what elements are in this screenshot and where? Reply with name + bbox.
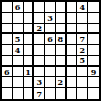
- sudoku-cell-r7c4[interactable]: [34, 67, 45, 78]
- sudoku-cell-r3c7[interactable]: [67, 24, 78, 35]
- sudoku-cell-r5c2: 4: [13, 45, 24, 56]
- sudoku-cell-r8c6: 2: [56, 77, 67, 88]
- sudoku-cell-r7c7[interactable]: [67, 67, 78, 78]
- sudoku-cell-r4c5: 6: [45, 34, 56, 45]
- sudoku-cell-r1c3[interactable]: [24, 2, 35, 13]
- sudoku-cell-r2c3[interactable]: [24, 13, 35, 24]
- sudoku-cell-r4c3[interactable]: [24, 34, 35, 45]
- sudoku-cell-r2c6[interactable]: [56, 13, 67, 24]
- sudoku-cell-r1c1[interactable]: [2, 2, 13, 13]
- sudoku-cell-r5c3[interactable]: [24, 45, 35, 56]
- sudoku-cell-r1c9[interactable]: [88, 2, 99, 13]
- sudoku-cell-r8c7[interactable]: [67, 77, 78, 88]
- sudoku-cell-r2c9[interactable]: [88, 13, 99, 24]
- sudoku-cell-r1c7[interactable]: [67, 2, 78, 13]
- sudoku-cell-r5c7[interactable]: [67, 45, 78, 56]
- sudoku-cell-r4c6: 8: [56, 34, 67, 45]
- sudoku-cell-r5c4[interactable]: [34, 45, 45, 56]
- sudoku-cell-r7c3: 1: [24, 67, 35, 78]
- sudoku-cell-r5c8: 2: [77, 45, 88, 56]
- sudoku-cell-r5c1[interactable]: [2, 45, 13, 56]
- sudoku-cell-r8c5[interactable]: [45, 77, 56, 88]
- sudoku-cell-r1c2: 6: [13, 2, 24, 13]
- sudoku-cell-r2c2[interactable]: [13, 13, 24, 24]
- sudoku-cell-r4c9[interactable]: [88, 34, 99, 45]
- sudoku-cell-r1c5[interactable]: [45, 2, 56, 13]
- sudoku-cell-r5c6[interactable]: [56, 45, 67, 56]
- sudoku-cell-r7c6[interactable]: [56, 67, 67, 78]
- sudoku-cell-r1c8: 4: [77, 2, 88, 13]
- sudoku-cell-r9c1[interactable]: [2, 88, 13, 99]
- sudoku-cell-r3c2[interactable]: [13, 24, 24, 35]
- sudoku-cell-r6c6[interactable]: [56, 56, 67, 67]
- sudoku-cell-r2c4[interactable]: [34, 13, 45, 24]
- sudoku-cell-r9c7: [67, 88, 78, 99]
- sudoku-cell-r7c2[interactable]: [13, 67, 24, 78]
- sudoku-cell-r6c9[interactable]: [88, 56, 99, 67]
- sudoku-cell-r4c8: 7: [77, 34, 88, 45]
- sudoku-cell-r7c9: 9: [88, 67, 99, 78]
- sudoku-cell-r5c9[interactable]: [88, 45, 99, 56]
- sudoku-cell-r7c1: 6: [2, 67, 13, 78]
- sudoku-cell-r6c8: 5: [77, 56, 88, 67]
- sudoku-cell-r4c2: 5: [13, 34, 24, 45]
- sudoku-cell-r9c2[interactable]: [13, 88, 24, 99]
- sudoku-cell-r3c4: 2: [34, 24, 45, 35]
- sudoku-puzzle: 64325687425619327: [0, 0, 101, 101]
- sudoku-cell-r8c4: 3: [34, 77, 45, 88]
- sudoku-cell-r7c5[interactable]: [45, 67, 56, 78]
- sudoku-cell-r8c1[interactable]: [2, 77, 13, 88]
- sudoku-cell-r3c6[interactable]: [56, 24, 67, 35]
- sudoku-cell-r3c8[interactable]: [77, 24, 88, 35]
- sudoku-cell-r9c5[interactable]: [45, 88, 56, 99]
- sudoku-cell-r6c4[interactable]: [34, 56, 45, 67]
- sudoku-cell-r3c1[interactable]: [2, 24, 13, 35]
- sudoku-cell-r9c6[interactable]: [56, 88, 67, 99]
- sudoku-cell-r1c6[interactable]: [56, 2, 67, 13]
- sudoku-cell-r7c8[interactable]: [77, 67, 88, 78]
- sudoku-cell-r6c7[interactable]: [67, 56, 78, 67]
- sudoku-cell-r5c5[interactable]: [45, 45, 56, 56]
- sudoku-cell-r4c7[interactable]: [67, 34, 78, 45]
- sudoku-cell-r2c1[interactable]: [2, 13, 13, 24]
- sudoku-cell-r4c1[interactable]: [2, 34, 13, 45]
- sudoku-cell-r8c8[interactable]: [77, 77, 88, 88]
- sudoku-cell-r6c5[interactable]: [45, 56, 56, 67]
- sudoku-cell-r1c4[interactable]: [34, 2, 45, 13]
- sudoku-cell-r8c3[interactable]: [24, 77, 35, 88]
- sudoku-cell-r3c5[interactable]: [45, 24, 56, 35]
- sudoku-cell-r9c8: [77, 88, 88, 99]
- sudoku-cell-r9c9: [88, 88, 99, 99]
- sudoku-cell-r2c8[interactable]: [77, 13, 88, 24]
- sudoku-cell-r9c4: 7: [34, 88, 45, 99]
- sudoku-cell-r2c5: 3: [45, 13, 56, 24]
- sudoku-cell-r8c2[interactable]: [13, 77, 24, 88]
- sudoku-cell-r4c4[interactable]: [34, 34, 45, 45]
- sudoku-cell-r3c3[interactable]: [24, 24, 35, 35]
- sudoku-board: 64325687425619327: [0, 0, 101, 101]
- sudoku-cell-r3c9[interactable]: [88, 24, 99, 35]
- sudoku-cell-r8c9[interactable]: [88, 77, 99, 88]
- sudoku-cell-r9c3[interactable]: [24, 88, 35, 99]
- sudoku-cell-r6c2[interactable]: [13, 56, 24, 67]
- sudoku-cell-r6c1[interactable]: [2, 56, 13, 67]
- sudoku-cell-r6c3[interactable]: [24, 56, 35, 67]
- sudoku-cell-r2c7[interactable]: [67, 13, 78, 24]
